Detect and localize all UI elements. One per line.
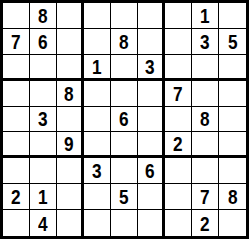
cell-r9c3[interactable] — [57, 210, 84, 236]
cell-r3c3[interactable] — [57, 55, 84, 81]
cell-r5c4[interactable] — [84, 107, 111, 133]
cell-r9c1[interactable] — [3, 210, 30, 236]
digit: 6 — [145, 160, 155, 181]
cell-r5c8: 8 — [192, 107, 219, 133]
cell-r7c7[interactable] — [165, 158, 192, 184]
cell-r8c5: 5 — [111, 184, 138, 210]
cell-r7c6: 6 — [138, 158, 165, 184]
cell-r7c8[interactable] — [192, 158, 219, 184]
cell-r1c5[interactable] — [111, 3, 138, 29]
cell-r8c7[interactable] — [165, 184, 192, 210]
digit: 7 — [173, 83, 183, 104]
cell-r8c1: 2 — [3, 184, 30, 210]
cell-r3c4: 1 — [84, 55, 111, 81]
cell-r8c6[interactable] — [138, 184, 165, 210]
digit: 8 — [200, 108, 210, 129]
cell-r6c3: 9 — [57, 132, 84, 158]
digit: 8 — [38, 5, 48, 26]
digit: 5 — [228, 31, 238, 52]
cell-r7c5[interactable] — [111, 158, 138, 184]
cell-r4c2[interactable] — [30, 81, 57, 107]
digit: 2 — [11, 186, 21, 207]
cell-r1c3[interactable] — [57, 3, 84, 29]
digit: 4 — [38, 213, 48, 234]
cell-r5c5: 6 — [111, 107, 138, 133]
cell-r4c7: 7 — [165, 81, 192, 107]
digit: 3 — [92, 160, 102, 181]
cell-r9c4[interactable] — [84, 210, 111, 236]
cell-r7c1[interactable] — [3, 158, 30, 184]
cell-r2c4[interactable] — [84, 29, 111, 55]
cell-r4c4[interactable] — [84, 81, 111, 107]
cell-r3c7[interactable] — [165, 55, 192, 81]
cell-r1c1[interactable] — [3, 3, 30, 29]
cell-r6c2[interactable] — [30, 132, 57, 158]
digit: 1 — [92, 56, 102, 77]
digit: 5 — [119, 186, 129, 207]
cell-r8c2: 1 — [30, 184, 57, 210]
cell-r2c5: 8 — [111, 29, 138, 55]
digit: 2 — [173, 133, 183, 154]
cell-r7c4: 3 — [84, 158, 111, 184]
cell-r3c9[interactable] — [219, 55, 246, 81]
cell-r9c7[interactable] — [165, 210, 192, 236]
cell-r2c3[interactable] — [57, 29, 84, 55]
cell-r2c7[interactable] — [165, 29, 192, 55]
cell-r4c5[interactable] — [111, 81, 138, 107]
cell-r5c9[interactable] — [219, 107, 246, 133]
cell-r5c7[interactable] — [165, 107, 192, 133]
digit: 6 — [119, 108, 129, 129]
cell-r9c8: 2 — [192, 210, 219, 236]
cell-r6c6[interactable] — [138, 132, 165, 158]
cell-r9c2: 4 — [30, 210, 57, 236]
digit: 6 — [38, 31, 48, 52]
cell-r6c8[interactable] — [192, 132, 219, 158]
cell-r2c9: 5 — [219, 29, 246, 55]
digit: 7 — [200, 186, 210, 207]
cell-r4c1[interactable] — [3, 81, 30, 107]
cell-r1c9[interactable] — [219, 3, 246, 29]
cell-r8c8: 7 — [192, 184, 219, 210]
sudoku-board: 8176835138736892362157842 — [0, 0, 249, 239]
cell-r4c6[interactable] — [138, 81, 165, 107]
cell-r1c4[interactable] — [84, 3, 111, 29]
cell-r1c2: 8 — [30, 3, 57, 29]
digit: 1 — [200, 5, 210, 26]
cell-r1c6[interactable] — [138, 3, 165, 29]
digit: 8 — [64, 83, 74, 104]
cell-r4c3: 8 — [57, 81, 84, 107]
cell-r4c9[interactable] — [219, 81, 246, 107]
digit: 1 — [38, 186, 48, 207]
cell-r5c6[interactable] — [138, 107, 165, 133]
cell-r6c9[interactable] — [219, 132, 246, 158]
cell-r2c8: 3 — [192, 29, 219, 55]
cell-r5c1[interactable] — [3, 107, 30, 133]
cell-r6c4[interactable] — [84, 132, 111, 158]
cell-r3c8[interactable] — [192, 55, 219, 81]
cell-r9c5[interactable] — [111, 210, 138, 236]
cell-r3c6: 3 — [138, 55, 165, 81]
cell-r2c1: 7 — [3, 29, 30, 55]
digit: 9 — [64, 133, 74, 154]
cell-r7c9[interactable] — [219, 158, 246, 184]
cell-r3c2[interactable] — [30, 55, 57, 81]
digit: 3 — [200, 31, 210, 52]
cell-r6c1[interactable] — [3, 132, 30, 158]
digit: 8 — [119, 31, 129, 52]
cell-r8c9: 8 — [219, 184, 246, 210]
cell-r6c7: 2 — [165, 132, 192, 158]
cell-r7c3[interactable] — [57, 158, 84, 184]
cell-r3c1[interactable] — [3, 55, 30, 81]
cell-r1c7[interactable] — [165, 3, 192, 29]
cell-r1c8: 1 — [192, 3, 219, 29]
digit: 3 — [38, 108, 48, 129]
cell-r5c3[interactable] — [57, 107, 84, 133]
digit: 7 — [11, 31, 21, 52]
cell-r2c2: 6 — [30, 29, 57, 55]
digit: 2 — [200, 213, 210, 234]
cell-r6c5[interactable] — [111, 132, 138, 158]
cell-r8c3[interactable] — [57, 184, 84, 210]
cell-r5c2: 3 — [30, 107, 57, 133]
digit: 8 — [228, 186, 238, 207]
digit: 3 — [145, 56, 155, 77]
cell-r9c9[interactable] — [219, 210, 246, 236]
cell-r2c6[interactable] — [138, 29, 165, 55]
cell-r4c8[interactable] — [192, 81, 219, 107]
cell-r8c4[interactable] — [84, 184, 111, 210]
cell-r9c6[interactable] — [138, 210, 165, 236]
cell-r3c5[interactable] — [111, 55, 138, 81]
cell-r7c2[interactable] — [30, 158, 57, 184]
